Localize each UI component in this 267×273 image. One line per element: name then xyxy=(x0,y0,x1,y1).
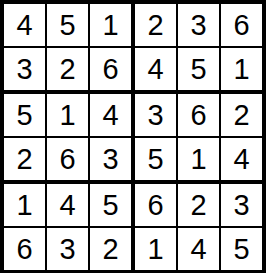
sudoku-cell-r4c1[interactable]: 2 xyxy=(4,138,45,180)
sudoku-cell-r6c6[interactable]: 5 xyxy=(221,228,262,270)
sudoku-box-r1c0: 514263 xyxy=(4,94,131,180)
sudoku-cell-r4c6[interactable]: 4 xyxy=(221,138,262,180)
sudoku-board: 451326236451514263362514145632623145 xyxy=(0,0,266,273)
sudoku-cell-r6c3[interactable]: 2 xyxy=(90,228,131,270)
sudoku-cell-r6c2[interactable]: 3 xyxy=(47,228,88,270)
page: 451326236451514263362514145632623145 xyxy=(0,0,267,273)
sudoku-cell-r2c1[interactable]: 3 xyxy=(4,48,45,90)
sudoku-cell-r2c6[interactable]: 1 xyxy=(221,48,262,90)
sudoku-cell-r2c3[interactable]: 6 xyxy=(90,48,131,90)
sudoku-cell-r2c2[interactable]: 2 xyxy=(47,48,88,90)
sudoku-cell-r5c1[interactable]: 1 xyxy=(4,184,45,226)
sudoku-cell-r4c3[interactable]: 3 xyxy=(90,138,131,180)
sudoku-cell-r4c5[interactable]: 1 xyxy=(178,138,219,180)
sudoku-cell-r3c1[interactable]: 5 xyxy=(4,94,45,136)
sudoku-cell-r6c4[interactable]: 1 xyxy=(135,228,176,270)
sudoku-cell-r3c2[interactable]: 1 xyxy=(47,94,88,136)
sudoku-cell-r1c3[interactable]: 1 xyxy=(90,4,131,46)
sudoku-cell-r3c3[interactable]: 4 xyxy=(90,94,131,136)
sudoku-box-r2c0: 145632 xyxy=(4,184,131,270)
sudoku-cell-r5c4[interactable]: 6 xyxy=(135,184,176,226)
sudoku-cell-r2c5[interactable]: 5 xyxy=(178,48,219,90)
sudoku-cell-r6c5[interactable]: 4 xyxy=(178,228,219,270)
sudoku-cell-r5c6[interactable]: 3 xyxy=(221,184,262,226)
sudoku-cell-r1c2[interactable]: 5 xyxy=(47,4,88,46)
sudoku-cell-r5c5[interactable]: 2 xyxy=(178,184,219,226)
sudoku-cell-r6c1[interactable]: 6 xyxy=(4,228,45,270)
sudoku-cell-r3c5[interactable]: 6 xyxy=(178,94,219,136)
sudoku-box-r2c1: 623145 xyxy=(135,184,262,270)
sudoku-cell-r1c5[interactable]: 3 xyxy=(178,4,219,46)
sudoku-cell-r1c6[interactable]: 6 xyxy=(221,4,262,46)
sudoku-box-r0c1: 236451 xyxy=(135,4,262,90)
sudoku-cell-r1c1[interactable]: 4 xyxy=(4,4,45,46)
sudoku-cell-r4c4[interactable]: 5 xyxy=(135,138,176,180)
sudoku-box-r1c1: 362514 xyxy=(135,94,262,180)
sudoku-cell-r5c2[interactable]: 4 xyxy=(47,184,88,226)
sudoku-cell-r5c3[interactable]: 5 xyxy=(90,184,131,226)
sudoku-cell-r3c4[interactable]: 3 xyxy=(135,94,176,136)
sudoku-cell-r3c6[interactable]: 2 xyxy=(221,94,262,136)
sudoku-cell-r1c4[interactable]: 2 xyxy=(135,4,176,46)
sudoku-cell-r4c2[interactable]: 6 xyxy=(47,138,88,180)
sudoku-cell-r2c4[interactable]: 4 xyxy=(135,48,176,90)
sudoku-box-r0c0: 451326 xyxy=(4,4,131,90)
